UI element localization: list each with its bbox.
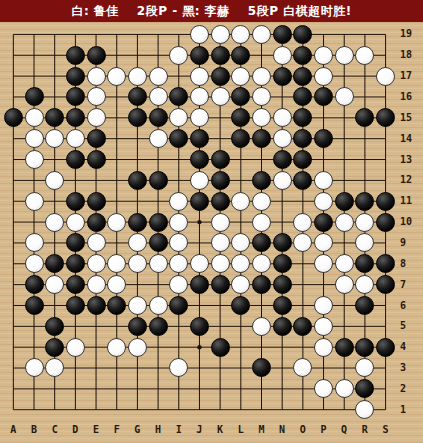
intersection-D13[interactable] <box>65 149 86 170</box>
intersection-S2[interactable] <box>375 378 396 399</box>
intersection-L19[interactable] <box>230 24 251 45</box>
intersection-R11[interactable] <box>354 191 375 212</box>
intersection-Q13[interactable] <box>334 149 355 170</box>
intersection-P6[interactable] <box>313 295 334 316</box>
intersection-M10[interactable] <box>251 212 272 233</box>
intersection-J1[interactable] <box>189 399 210 420</box>
intersection-H11[interactable] <box>148 191 169 212</box>
intersection-E6[interactable] <box>86 295 107 316</box>
intersection-D7[interactable] <box>65 274 86 295</box>
intersection-H18[interactable] <box>148 45 169 66</box>
intersection-B3[interactable] <box>24 358 45 379</box>
intersection-I19[interactable] <box>168 24 189 45</box>
intersection-B4[interactable] <box>24 337 45 358</box>
intersection-F11[interactable] <box>106 191 127 212</box>
intersection-N12[interactable] <box>272 170 293 191</box>
go-board[interactable] <box>3 24 397 421</box>
intersection-O8[interactable] <box>292 253 313 274</box>
intersection-K5[interactable] <box>210 316 231 337</box>
intersection-M18[interactable] <box>251 45 272 66</box>
intersection-E2[interactable] <box>86 378 107 399</box>
intersection-O6[interactable] <box>292 295 313 316</box>
intersection-B10[interactable] <box>24 212 45 233</box>
intersection-R6[interactable] <box>354 295 375 316</box>
intersection-I18[interactable] <box>168 45 189 66</box>
intersection-G19[interactable] <box>127 24 148 45</box>
intersection-B13[interactable] <box>24 149 45 170</box>
intersection-K3[interactable] <box>210 358 231 379</box>
intersection-E11[interactable] <box>86 191 107 212</box>
intersection-A12[interactable] <box>3 170 24 191</box>
intersection-A11[interactable] <box>3 191 24 212</box>
intersection-E5[interactable] <box>86 316 107 337</box>
intersection-O11[interactable] <box>292 191 313 212</box>
intersection-G9[interactable] <box>127 232 148 253</box>
intersection-J18[interactable] <box>189 45 210 66</box>
intersection-B8[interactable] <box>24 253 45 274</box>
intersection-C11[interactable] <box>44 191 65 212</box>
intersection-C10[interactable] <box>44 212 65 233</box>
intersection-K2[interactable] <box>210 378 231 399</box>
intersection-E4[interactable] <box>86 337 107 358</box>
intersection-N9[interactable] <box>272 232 293 253</box>
intersection-L8[interactable] <box>230 253 251 274</box>
intersection-K14[interactable] <box>210 128 231 149</box>
intersection-K6[interactable] <box>210 295 231 316</box>
intersection-L16[interactable] <box>230 87 251 108</box>
intersection-I8[interactable] <box>168 253 189 274</box>
intersection-Q12[interactable] <box>334 170 355 191</box>
intersection-M3[interactable] <box>251 358 272 379</box>
intersection-C13[interactable] <box>44 149 65 170</box>
intersection-P15[interactable] <box>313 107 334 128</box>
intersection-R15[interactable] <box>354 107 375 128</box>
intersection-C5[interactable] <box>44 316 65 337</box>
intersection-C18[interactable] <box>44 45 65 66</box>
intersection-E13[interactable] <box>86 149 107 170</box>
intersection-D1[interactable] <box>65 399 86 420</box>
intersection-N16[interactable] <box>272 87 293 108</box>
intersection-B14[interactable] <box>24 128 45 149</box>
intersection-R16[interactable] <box>354 87 375 108</box>
intersection-S7[interactable] <box>375 274 396 295</box>
intersection-R12[interactable] <box>354 170 375 191</box>
intersection-F8[interactable] <box>106 253 127 274</box>
intersection-E18[interactable] <box>86 45 107 66</box>
intersection-P17[interactable] <box>313 66 334 87</box>
intersection-N2[interactable] <box>272 378 293 399</box>
intersection-P19[interactable] <box>313 24 334 45</box>
intersection-C8[interactable] <box>44 253 65 274</box>
intersection-J13[interactable] <box>189 149 210 170</box>
intersection-H6[interactable] <box>148 295 169 316</box>
intersection-D6[interactable] <box>65 295 86 316</box>
intersection-G14[interactable] <box>127 128 148 149</box>
intersection-N19[interactable] <box>272 24 293 45</box>
intersection-G6[interactable] <box>127 295 148 316</box>
intersection-B16[interactable] <box>24 87 45 108</box>
intersection-Q6[interactable] <box>334 295 355 316</box>
intersection-K8[interactable] <box>210 253 231 274</box>
intersection-N17[interactable] <box>272 66 293 87</box>
intersection-F6[interactable] <box>106 295 127 316</box>
intersection-L14[interactable] <box>230 128 251 149</box>
intersection-D15[interactable] <box>65 107 86 128</box>
intersection-F10[interactable] <box>106 212 127 233</box>
intersection-R10[interactable] <box>354 212 375 233</box>
intersection-I16[interactable] <box>168 87 189 108</box>
intersection-G17[interactable] <box>127 66 148 87</box>
intersection-M16[interactable] <box>251 87 272 108</box>
intersection-N15[interactable] <box>272 107 293 128</box>
intersection-L13[interactable] <box>230 149 251 170</box>
intersection-R19[interactable] <box>354 24 375 45</box>
intersection-I7[interactable] <box>168 274 189 295</box>
intersection-Q1[interactable] <box>334 399 355 420</box>
intersection-G12[interactable] <box>127 170 148 191</box>
intersection-I6[interactable] <box>168 295 189 316</box>
intersection-A17[interactable] <box>3 66 24 87</box>
intersection-M13[interactable] <box>251 149 272 170</box>
intersection-C16[interactable] <box>44 87 65 108</box>
intersection-S10[interactable] <box>375 212 396 233</box>
intersection-O19[interactable] <box>292 24 313 45</box>
intersection-K16[interactable] <box>210 87 231 108</box>
intersection-P10[interactable] <box>313 212 334 233</box>
intersection-E3[interactable] <box>86 358 107 379</box>
intersection-H12[interactable] <box>148 170 169 191</box>
intersection-L11[interactable] <box>230 191 251 212</box>
intersection-B5[interactable] <box>24 316 45 337</box>
intersection-P2[interactable] <box>313 378 334 399</box>
intersection-D5[interactable] <box>65 316 86 337</box>
intersection-H1[interactable] <box>148 399 169 420</box>
intersection-R9[interactable] <box>354 232 375 253</box>
intersection-F18[interactable] <box>106 45 127 66</box>
intersection-I13[interactable] <box>168 149 189 170</box>
intersection-B11[interactable] <box>24 191 45 212</box>
intersection-M11[interactable] <box>251 191 272 212</box>
intersection-L6[interactable] <box>230 295 251 316</box>
intersection-P16[interactable] <box>313 87 334 108</box>
intersection-N11[interactable] <box>272 191 293 212</box>
intersection-G4[interactable] <box>127 337 148 358</box>
intersection-S18[interactable] <box>375 45 396 66</box>
intersection-L4[interactable] <box>230 337 251 358</box>
intersection-E12[interactable] <box>86 170 107 191</box>
intersection-G5[interactable] <box>127 316 148 337</box>
intersection-R14[interactable] <box>354 128 375 149</box>
intersection-H14[interactable] <box>148 128 169 149</box>
intersection-Q2[interactable] <box>334 378 355 399</box>
intersection-K7[interactable] <box>210 274 231 295</box>
intersection-P11[interactable] <box>313 191 334 212</box>
intersection-R5[interactable] <box>354 316 375 337</box>
intersection-Q19[interactable] <box>334 24 355 45</box>
intersection-A2[interactable] <box>3 378 24 399</box>
intersection-A15[interactable] <box>3 107 24 128</box>
intersection-S4[interactable] <box>375 337 396 358</box>
intersection-Q7[interactable] <box>334 274 355 295</box>
intersection-E16[interactable] <box>86 87 107 108</box>
intersection-P12[interactable] <box>313 170 334 191</box>
intersection-P1[interactable] <box>313 399 334 420</box>
intersection-A16[interactable] <box>3 87 24 108</box>
intersection-A19[interactable] <box>3 24 24 45</box>
intersection-M14[interactable] <box>251 128 272 149</box>
intersection-O2[interactable] <box>292 378 313 399</box>
intersection-O4[interactable] <box>292 337 313 358</box>
intersection-C19[interactable] <box>44 24 65 45</box>
intersection-F2[interactable] <box>106 378 127 399</box>
intersection-S1[interactable] <box>375 399 396 420</box>
intersection-J19[interactable] <box>189 24 210 45</box>
intersection-M12[interactable] <box>251 170 272 191</box>
intersection-D16[interactable] <box>65 87 86 108</box>
intersection-L3[interactable] <box>230 358 251 379</box>
intersection-O16[interactable] <box>292 87 313 108</box>
intersection-H4[interactable] <box>148 337 169 358</box>
intersection-S3[interactable] <box>375 358 396 379</box>
intersection-I10[interactable] <box>168 212 189 233</box>
intersection-B17[interactable] <box>24 66 45 87</box>
intersection-L5[interactable] <box>230 316 251 337</box>
intersection-E1[interactable] <box>86 399 107 420</box>
intersection-F14[interactable] <box>106 128 127 149</box>
intersection-Q17[interactable] <box>334 66 355 87</box>
intersection-N1[interactable] <box>272 399 293 420</box>
intersection-O3[interactable] <box>292 358 313 379</box>
intersection-P7[interactable] <box>313 274 334 295</box>
intersection-J9[interactable] <box>189 232 210 253</box>
intersection-F17[interactable] <box>106 66 127 87</box>
intersection-R3[interactable] <box>354 358 375 379</box>
intersection-C1[interactable] <box>44 399 65 420</box>
intersection-N4[interactable] <box>272 337 293 358</box>
intersection-A6[interactable] <box>3 295 24 316</box>
intersection-E15[interactable] <box>86 107 107 128</box>
intersection-S16[interactable] <box>375 87 396 108</box>
intersection-F9[interactable] <box>106 232 127 253</box>
intersection-D11[interactable] <box>65 191 86 212</box>
intersection-I4[interactable] <box>168 337 189 358</box>
intersection-C2[interactable] <box>44 378 65 399</box>
intersection-K17[interactable] <box>210 66 231 87</box>
intersection-G2[interactable] <box>127 378 148 399</box>
intersection-K1[interactable] <box>210 399 231 420</box>
intersection-P3[interactable] <box>313 358 334 379</box>
intersection-G10[interactable] <box>127 212 148 233</box>
intersection-D18[interactable] <box>65 45 86 66</box>
intersection-I1[interactable] <box>168 399 189 420</box>
intersection-P5[interactable] <box>313 316 334 337</box>
intersection-Q4[interactable] <box>334 337 355 358</box>
intersection-M4[interactable] <box>251 337 272 358</box>
intersection-G16[interactable] <box>127 87 148 108</box>
intersection-K10[interactable] <box>210 212 231 233</box>
intersection-O7[interactable] <box>292 274 313 295</box>
intersection-M19[interactable] <box>251 24 272 45</box>
intersection-M5[interactable] <box>251 316 272 337</box>
intersection-H2[interactable] <box>148 378 169 399</box>
intersection-H10[interactable] <box>148 212 169 233</box>
intersection-K19[interactable] <box>210 24 231 45</box>
intersection-G13[interactable] <box>127 149 148 170</box>
intersection-J5[interactable] <box>189 316 210 337</box>
intersection-Q9[interactable] <box>334 232 355 253</box>
intersection-C14[interactable] <box>44 128 65 149</box>
intersection-A3[interactable] <box>3 358 24 379</box>
intersection-F4[interactable] <box>106 337 127 358</box>
intersection-O12[interactable] <box>292 170 313 191</box>
intersection-G1[interactable] <box>127 399 148 420</box>
intersection-J14[interactable] <box>189 128 210 149</box>
intersection-R7[interactable] <box>354 274 375 295</box>
intersection-I12[interactable] <box>168 170 189 191</box>
intersection-R18[interactable] <box>354 45 375 66</box>
intersection-A5[interactable] <box>3 316 24 337</box>
intersection-Q3[interactable] <box>334 358 355 379</box>
intersection-M1[interactable] <box>251 399 272 420</box>
intersection-M8[interactable] <box>251 253 272 274</box>
intersection-F7[interactable] <box>106 274 127 295</box>
intersection-L17[interactable] <box>230 66 251 87</box>
intersection-L9[interactable] <box>230 232 251 253</box>
intersection-S17[interactable] <box>375 66 396 87</box>
intersection-S5[interactable] <box>375 316 396 337</box>
intersection-B18[interactable] <box>24 45 45 66</box>
intersection-L18[interactable] <box>230 45 251 66</box>
intersection-D17[interactable] <box>65 66 86 87</box>
intersection-D8[interactable] <box>65 253 86 274</box>
intersection-O18[interactable] <box>292 45 313 66</box>
intersection-D12[interactable] <box>65 170 86 191</box>
intersection-C15[interactable] <box>44 107 65 128</box>
board-grid[interactable] <box>3 24 396 420</box>
intersection-H7[interactable] <box>148 274 169 295</box>
intersection-O14[interactable] <box>292 128 313 149</box>
intersection-J8[interactable] <box>189 253 210 274</box>
intersection-N8[interactable] <box>272 253 293 274</box>
intersection-Q10[interactable] <box>334 212 355 233</box>
intersection-E8[interactable] <box>86 253 107 274</box>
intersection-R1[interactable] <box>354 399 375 420</box>
intersection-S12[interactable] <box>375 170 396 191</box>
intersection-P18[interactable] <box>313 45 334 66</box>
intersection-D19[interactable] <box>65 24 86 45</box>
intersection-O17[interactable] <box>292 66 313 87</box>
intersection-S15[interactable] <box>375 107 396 128</box>
intersection-J6[interactable] <box>189 295 210 316</box>
intersection-S19[interactable] <box>375 24 396 45</box>
intersection-K18[interactable] <box>210 45 231 66</box>
intersection-A9[interactable] <box>3 232 24 253</box>
intersection-R4[interactable] <box>354 337 375 358</box>
intersection-H13[interactable] <box>148 149 169 170</box>
intersection-B2[interactable] <box>24 378 45 399</box>
intersection-I15[interactable] <box>168 107 189 128</box>
intersection-Q15[interactable] <box>334 107 355 128</box>
intersection-C7[interactable] <box>44 274 65 295</box>
intersection-A13[interactable] <box>3 149 24 170</box>
intersection-N18[interactable] <box>272 45 293 66</box>
intersection-C9[interactable] <box>44 232 65 253</box>
intersection-N5[interactable] <box>272 316 293 337</box>
intersection-B12[interactable] <box>24 170 45 191</box>
intersection-I9[interactable] <box>168 232 189 253</box>
intersection-Q11[interactable] <box>334 191 355 212</box>
intersection-K9[interactable] <box>210 232 231 253</box>
intersection-N3[interactable] <box>272 358 293 379</box>
intersection-D9[interactable] <box>65 232 86 253</box>
intersection-A4[interactable] <box>3 337 24 358</box>
intersection-B15[interactable] <box>24 107 45 128</box>
intersection-E10[interactable] <box>86 212 107 233</box>
intersection-C17[interactable] <box>44 66 65 87</box>
intersection-K15[interactable] <box>210 107 231 128</box>
intersection-M9[interactable] <box>251 232 272 253</box>
intersection-N7[interactable] <box>272 274 293 295</box>
intersection-A1[interactable] <box>3 399 24 420</box>
intersection-K4[interactable] <box>210 337 231 358</box>
intersection-I2[interactable] <box>168 378 189 399</box>
intersection-J2[interactable] <box>189 378 210 399</box>
intersection-J12[interactable] <box>189 170 210 191</box>
intersection-I11[interactable] <box>168 191 189 212</box>
intersection-C6[interactable] <box>44 295 65 316</box>
intersection-H5[interactable] <box>148 316 169 337</box>
intersection-A18[interactable] <box>3 45 24 66</box>
intersection-S6[interactable] <box>375 295 396 316</box>
intersection-Q5[interactable] <box>334 316 355 337</box>
intersection-D10[interactable] <box>65 212 86 233</box>
intersection-R8[interactable] <box>354 253 375 274</box>
intersection-G8[interactable] <box>127 253 148 274</box>
intersection-L12[interactable] <box>230 170 251 191</box>
intersection-C3[interactable] <box>44 358 65 379</box>
intersection-O10[interactable] <box>292 212 313 233</box>
intersection-L10[interactable] <box>230 212 251 233</box>
intersection-B7[interactable] <box>24 274 45 295</box>
intersection-E14[interactable] <box>86 128 107 149</box>
intersection-M15[interactable] <box>251 107 272 128</box>
intersection-H19[interactable] <box>148 24 169 45</box>
intersection-G18[interactable] <box>127 45 148 66</box>
intersection-P13[interactable] <box>313 149 334 170</box>
intersection-Q16[interactable] <box>334 87 355 108</box>
intersection-J7[interactable] <box>189 274 210 295</box>
intersection-D14[interactable] <box>65 128 86 149</box>
intersection-J3[interactable] <box>189 358 210 379</box>
intersection-N14[interactable] <box>272 128 293 149</box>
intersection-O9[interactable] <box>292 232 313 253</box>
intersection-J15[interactable] <box>189 107 210 128</box>
intersection-H3[interactable] <box>148 358 169 379</box>
intersection-F5[interactable] <box>106 316 127 337</box>
intersection-J16[interactable] <box>189 87 210 108</box>
intersection-H16[interactable] <box>148 87 169 108</box>
intersection-E17[interactable] <box>86 66 107 87</box>
intersection-L7[interactable] <box>230 274 251 295</box>
intersection-S14[interactable] <box>375 128 396 149</box>
intersection-L15[interactable] <box>230 107 251 128</box>
intersection-Q8[interactable] <box>334 253 355 274</box>
intersection-A8[interactable] <box>3 253 24 274</box>
intersection-M7[interactable] <box>251 274 272 295</box>
intersection-G7[interactable] <box>127 274 148 295</box>
intersection-H8[interactable] <box>148 253 169 274</box>
intersection-S8[interactable] <box>375 253 396 274</box>
